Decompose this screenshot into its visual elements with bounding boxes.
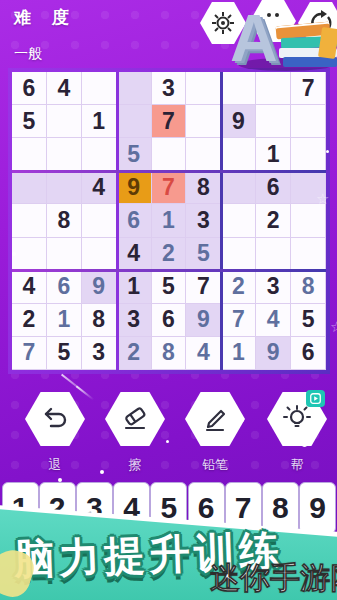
promo-banner: 脑力提升训练 迷你手游网 [0,498,337,600]
cell-r4c3[interactable]: 4 [82,171,117,204]
cell-r1c4[interactable] [117,72,152,105]
cell-r6c7[interactable] [221,238,256,271]
cell-r6c5[interactable]: 2 [152,238,187,271]
cell-r8c2[interactable]: 1 [47,304,82,337]
cell-r2c8[interactable] [256,105,291,138]
cell-r4c4[interactable]: 9 [117,171,152,204]
cell-r7c8[interactable]: 3 [256,271,291,304]
book-blue [283,57,337,67]
cell-r7c3[interactable]: 9 [82,271,117,304]
cell-r5c8[interactable]: 2 [256,204,291,237]
cell-r3c4[interactable]: 5 [117,138,152,171]
cell-r1c6[interactable] [186,72,221,105]
cell-r8c3[interactable]: 8 [82,304,117,337]
cell-r6c8[interactable] [256,238,291,271]
pencil-icon [199,403,231,435]
cell-r5c2[interactable]: 8 [47,204,82,237]
cell-r1c2[interactable]: 4 [47,72,82,105]
cell-r3c7[interactable] [221,138,256,171]
sudoku-grid: 6437517951497868613242546915723821836974… [12,72,326,370]
cell-r2c6[interactable] [186,105,221,138]
cell-r4c5[interactable]: 7 [152,171,187,204]
erase-label: 擦 [105,456,165,474]
cell-r6c9[interactable] [291,238,326,271]
pencil-label: 铅笔 [185,456,245,474]
cell-r3c1[interactable] [12,138,47,171]
cell-r4c2[interactable] [47,171,82,204]
undo-button[interactable] [25,392,85,446]
cell-r7c5[interactable]: 5 [152,271,187,304]
hint-video-ad-badge[interactable] [306,390,325,407]
cell-r4c6[interactable]: 8 [186,171,221,204]
watermark: 迷你手游网 [210,558,337,599]
cell-r2c5[interactable]: 7 [152,105,187,138]
cell-r6c4[interactable]: 4 [117,238,152,271]
cell-r9c1[interactable]: 7 [12,337,47,370]
cell-r9c7[interactable]: 1 [221,337,256,370]
cell-r1c5[interactable]: 3 [152,72,187,105]
cell-r7c7[interactable]: 2 [221,271,256,304]
cell-r7c2[interactable]: 6 [47,271,82,304]
cell-r1c7[interactable] [221,72,256,105]
sudoku-app: 难 度 一般 A [0,0,337,600]
cell-r5c6[interactable]: 3 [186,204,221,237]
cell-r1c1[interactable]: 6 [12,72,47,105]
cell-r5c1[interactable] [12,204,47,237]
hint-label: 帮 [267,456,327,474]
cell-r1c3[interactable] [82,72,117,105]
cell-r8c9[interactable]: 5 [291,304,326,337]
cell-r7c1[interactable]: 4 [12,271,47,304]
cell-r6c6[interactable]: 5 [186,238,221,271]
cell-r5c7[interactable] [221,204,256,237]
cell-r3c8[interactable]: 1 [256,138,291,171]
erase-button[interactable] [105,392,165,446]
cell-r9c5[interactable]: 8 [152,337,187,370]
cell-r9c4[interactable]: 2 [117,337,152,370]
sudoku-board: 6437517951497868613242546915723821836974… [8,68,330,374]
difficulty-label: 一般 [14,45,42,63]
cell-r2c9[interactable] [291,105,326,138]
cell-r7c6[interactable]: 7 [186,271,221,304]
cell-r3c5[interactable] [152,138,187,171]
cell-r5c4[interactable]: 6 [117,204,152,237]
cell-r4c7[interactable] [221,171,256,204]
cell-r1c8[interactable] [256,72,291,105]
cell-r2c1[interactable]: 5 [12,105,47,138]
cell-r1c9[interactable]: 7 [291,72,326,105]
cell-r4c8[interactable]: 6 [256,171,291,204]
cell-r8c1[interactable]: 2 [12,304,47,337]
cell-r6c3[interactable] [82,238,117,271]
cell-r8c4[interactable]: 3 [117,304,152,337]
cell-r6c2[interactable] [47,238,82,271]
cell-r3c2[interactable] [47,138,82,171]
cell-r8c5[interactable]: 6 [152,304,187,337]
cell-r8c7[interactable]: 7 [221,304,256,337]
cell-r9c3[interactable]: 3 [82,337,117,370]
cell-r2c3[interactable]: 1 [82,105,117,138]
undo-label: 退 [25,456,85,474]
cell-r7c9[interactable]: 8 [291,271,326,304]
page-title: 难 度 [14,6,77,29]
cell-r9c8[interactable]: 9 [256,337,291,370]
star-decoration: ☆ [330,318,337,336]
play-icon [310,393,321,404]
cell-r6c1[interactable] [12,238,47,271]
bulb-icon [280,402,314,436]
cell-r7c4[interactable]: 1 [117,271,152,304]
cell-r9c6[interactable]: 4 [186,337,221,370]
cell-r2c2[interactable] [47,105,82,138]
cell-r3c6[interactable] [186,138,221,171]
cell-r5c3[interactable] [82,204,117,237]
cell-r8c6[interactable]: 9 [186,304,221,337]
letter-a-illustration: A [230,0,278,76]
pencil-accent [318,27,337,59]
cell-r3c9[interactable] [291,138,326,171]
cell-r3c3[interactable] [82,138,117,171]
undo-icon [39,403,71,435]
cell-r2c7[interactable]: 9 [221,105,256,138]
cell-r2c4[interactable] [117,105,152,138]
cell-r5c5[interactable]: 1 [152,204,187,237]
cell-r9c2[interactable]: 5 [47,337,82,370]
cell-r4c9[interactable] [291,171,326,204]
cell-r8c8[interactable]: 4 [256,304,291,337]
cell-r9c9[interactable]: 6 [291,337,326,370]
pencil-button[interactable] [185,392,245,446]
cell-r5c9[interactable] [291,204,326,237]
eraser-icon [119,403,151,435]
cell-r4c1[interactable] [12,171,47,204]
